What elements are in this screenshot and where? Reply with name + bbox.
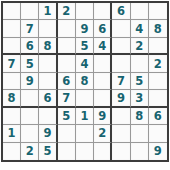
cell-r2c1[interactable] [3, 20, 21, 37]
cell-r9c8[interactable] [131, 143, 149, 160]
cell-r9c2[interactable]: 2 [21, 143, 39, 160]
cell-r8c3[interactable]: 9 [39, 125, 57, 142]
cell-r4c5[interactable]: 4 [76, 55, 94, 72]
cell-r8c4[interactable] [58, 125, 76, 142]
cell-r4c6[interactable] [94, 55, 112, 72]
cell-r9c6[interactable] [94, 143, 112, 160]
cell-r1c5[interactable] [76, 3, 94, 20]
cell-r1c4[interactable]: 2 [58, 3, 76, 20]
cell-r2c8[interactable]: 4 [131, 20, 149, 37]
cell-r6c9[interactable] [149, 90, 167, 107]
cell-r3c4[interactable] [58, 38, 76, 55]
cell-r7c1[interactable] [3, 108, 21, 125]
cell-r8c6[interactable]: 2 [94, 125, 112, 142]
cell-r6c2[interactable] [21, 90, 39, 107]
cell-r8c8[interactable] [131, 125, 149, 142]
cell-r5c9[interactable] [149, 73, 167, 90]
cell-r7c7[interactable] [112, 108, 130, 125]
cell-r4c2[interactable]: 5 [21, 55, 39, 72]
cell-r3c5[interactable]: 5 [76, 38, 94, 55]
cell-r5c4[interactable]: 6 [58, 73, 76, 90]
cell-r5c3[interactable] [39, 73, 57, 90]
cell-r2c7[interactable] [112, 20, 130, 37]
cell-r3c6[interactable]: 4 [94, 38, 112, 55]
cell-r2c6[interactable]: 6 [94, 20, 112, 37]
cell-r7c4[interactable]: 5 [58, 108, 76, 125]
cell-r6c5[interactable] [76, 90, 94, 107]
cell-r5c2[interactable]: 9 [21, 73, 39, 90]
cell-r2c2[interactable]: 7 [21, 20, 39, 37]
cell-r5c7[interactable]: 7 [112, 73, 130, 90]
cell-r7c3[interactable] [39, 108, 57, 125]
cell-r5c6[interactable] [94, 73, 112, 90]
cell-r9c9[interactable]: 9 [149, 143, 167, 160]
cell-r1c9[interactable] [149, 3, 167, 20]
cell-r9c5[interactable] [76, 143, 94, 160]
cell-r7c9[interactable]: 6 [149, 108, 167, 125]
cell-r2c9[interactable]: 8 [149, 20, 167, 37]
cell-r8c1[interactable]: 1 [3, 125, 21, 142]
cell-r9c4[interactable] [58, 143, 76, 160]
cell-r5c8[interactable]: 5 [131, 73, 149, 90]
cell-r1c3[interactable]: 1 [39, 3, 57, 20]
cell-r7c8[interactable]: 8 [131, 108, 149, 125]
cell-r3c1[interactable] [3, 38, 21, 55]
cell-r6c8[interactable]: 3 [131, 90, 149, 107]
cell-r7c2[interactable] [21, 108, 39, 125]
cell-r1c2[interactable] [21, 3, 39, 20]
cell-r4c1[interactable]: 7 [3, 55, 21, 72]
cell-r1c6[interactable] [94, 3, 112, 20]
cell-r6c7[interactable]: 9 [112, 90, 130, 107]
cell-r6c3[interactable]: 6 [39, 90, 57, 107]
sudoku-board: 12679648685427542968758679351986192259 [1, 1, 169, 162]
cell-r3c2[interactable]: 6 [21, 38, 39, 55]
cell-r8c5[interactable] [76, 125, 94, 142]
cell-r3c8[interactable]: 2 [131, 38, 149, 55]
cell-r3c9[interactable] [149, 38, 167, 55]
cell-r2c5[interactable]: 9 [76, 20, 94, 37]
cell-r4c8[interactable] [131, 55, 149, 72]
cell-r9c7[interactable] [112, 143, 130, 160]
cell-r4c4[interactable] [58, 55, 76, 72]
cell-r7c6[interactable]: 9 [94, 108, 112, 125]
cell-r8c2[interactable] [21, 125, 39, 142]
cell-r5c1[interactable] [3, 73, 21, 90]
cell-r6c4[interactable]: 7 [58, 90, 76, 107]
cell-r8c7[interactable] [112, 125, 130, 142]
cell-r2c4[interactable] [58, 20, 76, 37]
cell-r6c1[interactable]: 8 [3, 90, 21, 107]
cell-r3c7[interactable] [112, 38, 130, 55]
cell-r5c5[interactable]: 8 [76, 73, 94, 90]
cell-r1c1[interactable] [3, 3, 21, 20]
cell-r4c3[interactable] [39, 55, 57, 72]
cell-r7c5[interactable]: 1 [76, 108, 94, 125]
cell-r4c9[interactable]: 2 [149, 55, 167, 72]
cell-r8c9[interactable] [149, 125, 167, 142]
cell-r6c6[interactable] [94, 90, 112, 107]
cell-r9c3[interactable]: 5 [39, 143, 57, 160]
cell-r2c3[interactable] [39, 20, 57, 37]
cell-r3c3[interactable]: 8 [39, 38, 57, 55]
cell-r4c7[interactable] [112, 55, 130, 72]
cell-r1c7[interactable]: 6 [112, 3, 130, 20]
cell-r9c1[interactable] [3, 143, 21, 160]
cell-r1c8[interactable] [131, 3, 149, 20]
